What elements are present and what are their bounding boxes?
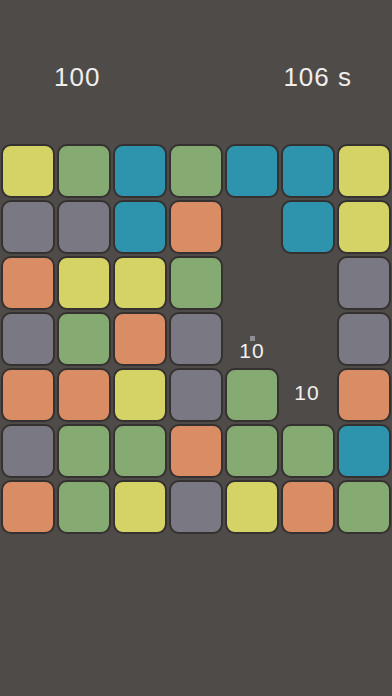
tile-r3c4-green[interactable] [169,256,223,310]
tile-r2c3-teal[interactable] [113,200,167,254]
tile-r5c5-green[interactable] [225,368,279,422]
tile-r2c6-teal[interactable] [281,200,335,254]
empty-cell-r3c6 [281,256,335,310]
timer-label: 106 s [283,62,352,93]
tile-r1c4-green[interactable] [169,144,223,198]
tile-r4c1-gray[interactable] [1,312,55,366]
tile-r2c4-orange[interactable] [169,200,223,254]
tile-r3c2-yellow[interactable] [57,256,111,310]
tile-r3c1-orange[interactable] [1,256,55,310]
tile-r1c7-yellow[interactable] [337,144,391,198]
tile-r2c2-gray[interactable] [57,200,111,254]
tile-r1c5-teal[interactable] [225,144,279,198]
tile-r7c4-gray[interactable] [169,480,223,534]
tile-r7c6-orange[interactable] [281,480,335,534]
tile-r1c3-teal[interactable] [113,144,167,198]
empty-cell-r4c6 [281,312,335,366]
board [1,144,391,534]
tile-r5c4-gray[interactable] [169,368,223,422]
tile-r2c1-gray[interactable] [1,200,55,254]
tile-r3c3-yellow[interactable] [113,256,167,310]
tile-r7c7-green[interactable] [337,480,391,534]
tile-r6c4-orange[interactable] [169,424,223,478]
tile-r2c7-yellow[interactable] [337,200,391,254]
tile-r7c5-yellow[interactable] [225,480,279,534]
tile-r6c2-green[interactable] [57,424,111,478]
empty-cell-r5c6 [281,368,335,422]
tile-r6c5-green[interactable] [225,424,279,478]
tile-r7c3-yellow[interactable] [113,480,167,534]
tile-r5c1-orange[interactable] [1,368,55,422]
tile-r4c2-green[interactable] [57,312,111,366]
tile-r6c3-green[interactable] [113,424,167,478]
tile-r6c7-teal[interactable] [337,424,391,478]
tile-r1c1-yellow[interactable] [1,144,55,198]
tile-r5c7-orange[interactable] [337,368,391,422]
empty-cell-r2c5 [225,200,279,254]
tile-r5c2-orange[interactable] [57,368,111,422]
empty-cell-r3c5 [225,256,279,310]
tile-r1c6-teal[interactable] [281,144,335,198]
score-label: 100 [54,62,100,93]
tile-r6c1-gray[interactable] [1,424,55,478]
tile-r5c3-yellow[interactable] [113,368,167,422]
tile-r4c7-gray[interactable] [337,312,391,366]
tile-r1c2-green[interactable] [57,144,111,198]
tile-r4c3-orange[interactable] [113,312,167,366]
tile-r4c4-gray[interactable] [169,312,223,366]
tile-r7c2-green[interactable] [57,480,111,534]
tile-r7c1-orange[interactable] [1,480,55,534]
tile-r3c7-gray[interactable] [337,256,391,310]
game-screen: 100 106 s 1010 [0,0,392,696]
empty-cell-r4c5 [225,312,279,366]
tile-r6c6-green[interactable] [281,424,335,478]
